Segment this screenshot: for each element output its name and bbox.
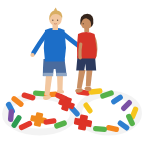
child-left-neck	[53, 25, 59, 30]
child-left-shorts-cuff	[43, 73, 53, 76]
child-left-shirt	[44, 28, 66, 62]
child-right-front-leg	[77, 70, 86, 89]
path-segment	[93, 126, 107, 132]
child-left-hair-spike	[54, 8, 58, 11]
child-right-eye	[83, 23, 84, 24]
child-left-eye	[52, 20, 53, 21]
product-photo	[0, 0, 150, 150]
cross-connector-orange	[31, 112, 47, 126]
child-right-front-arm	[80, 44, 81, 57]
path-segment-bridge	[82, 102, 93, 115]
scene-illustration	[0, 0, 150, 150]
child-left-eye	[57, 20, 58, 21]
child-right	[75, 14, 97, 93]
child-right-hand	[79, 56, 82, 59]
child-left-hand	[30, 53, 34, 57]
child-right-rear-leg	[86, 70, 93, 87]
child-left-rear-leg	[57, 74, 63, 90]
child-left-shorts-cuff	[56, 73, 66, 76]
